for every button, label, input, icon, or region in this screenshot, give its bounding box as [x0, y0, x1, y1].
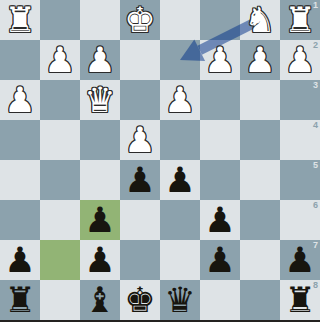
- square-a7[interactable]: ♟7: [280, 240, 320, 280]
- square-b3[interactable]: [240, 80, 280, 120]
- square-g4[interactable]: [40, 120, 80, 160]
- square-f8[interactable]: ♝: [80, 280, 120, 320]
- board-grid: ♜♚♞♜1♟♟♟♟♟2♟♛♟3♟4♟♟5♟♟6♟♟♟♟7♜♝♚♛♜8: [0, 0, 320, 320]
- piece-black-pawn[interactable]: ♟: [204, 200, 235, 240]
- square-e5[interactable]: ♟: [120, 160, 160, 200]
- square-c4[interactable]: [200, 120, 240, 160]
- square-c7[interactable]: ♟: [200, 240, 240, 280]
- piece-black-pawn[interactable]: ♟: [4, 240, 35, 280]
- square-d6[interactable]: [160, 200, 200, 240]
- square-h3[interactable]: ♟: [0, 80, 40, 120]
- square-c2[interactable]: ♟: [200, 40, 240, 80]
- square-d7[interactable]: [160, 240, 200, 280]
- piece-black-rook[interactable]: ♜: [4, 280, 35, 320]
- piece-white-pawn[interactable]: ♟: [284, 40, 315, 80]
- square-e1[interactable]: ♚: [120, 0, 160, 40]
- chess-board: ♜♚♞♜1♟♟♟♟♟2♟♛♟3♟4♟♟5♟♟6♟♟♟♟7♜♝♚♛♜8: [0, 0, 320, 320]
- square-a5[interactable]: 5: [280, 160, 320, 200]
- square-f6[interactable]: ♟: [80, 200, 120, 240]
- square-d1[interactable]: [160, 0, 200, 40]
- square-a1[interactable]: ♜1: [280, 0, 320, 40]
- piece-white-pawn[interactable]: ♟: [44, 40, 75, 80]
- piece-white-pawn[interactable]: ♟: [204, 40, 235, 80]
- square-a4[interactable]: 4: [280, 120, 320, 160]
- square-f7[interactable]: ♟: [80, 240, 120, 280]
- square-e6[interactable]: [120, 200, 160, 240]
- piece-black-pawn[interactable]: ♟: [84, 240, 115, 280]
- piece-white-pawn[interactable]: ♟: [4, 80, 35, 120]
- piece-white-pawn[interactable]: ♟: [244, 40, 275, 80]
- square-e7[interactable]: [120, 240, 160, 280]
- square-d2[interactable]: [160, 40, 200, 80]
- square-g2[interactable]: ♟: [40, 40, 80, 80]
- piece-black-pawn[interactable]: ♟: [124, 160, 155, 200]
- piece-white-pawn[interactable]: ♟: [164, 80, 195, 120]
- square-a2[interactable]: ♟2: [280, 40, 320, 80]
- square-g5[interactable]: [40, 160, 80, 200]
- square-h6[interactable]: [0, 200, 40, 240]
- square-d3[interactable]: ♟: [160, 80, 200, 120]
- square-g1[interactable]: [40, 0, 80, 40]
- square-f2[interactable]: ♟: [80, 40, 120, 80]
- square-h7[interactable]: ♟: [0, 240, 40, 280]
- square-h8[interactable]: ♜: [0, 280, 40, 320]
- square-f5[interactable]: [80, 160, 120, 200]
- rank-label-6: 6: [313, 200, 318, 211]
- square-b1[interactable]: ♞: [240, 0, 280, 40]
- square-d4[interactable]: [160, 120, 200, 160]
- square-g8[interactable]: [40, 280, 80, 320]
- square-b7[interactable]: [240, 240, 280, 280]
- piece-white-king[interactable]: ♚: [124, 0, 155, 40]
- piece-white-rook[interactable]: ♜: [284, 0, 315, 40]
- square-b5[interactable]: [240, 160, 280, 200]
- piece-white-rook[interactable]: ♜: [4, 0, 35, 40]
- square-c5[interactable]: [200, 160, 240, 200]
- square-b6[interactable]: [240, 200, 280, 240]
- piece-black-pawn[interactable]: ♟: [164, 160, 195, 200]
- square-c6[interactable]: ♟: [200, 200, 240, 240]
- square-e2[interactable]: [120, 40, 160, 80]
- square-g3[interactable]: [40, 80, 80, 120]
- square-a3[interactable]: 3: [280, 80, 320, 120]
- piece-black-rook[interactable]: ♜: [284, 280, 315, 320]
- piece-black-pawn[interactable]: ♟: [84, 200, 115, 240]
- square-h4[interactable]: [0, 120, 40, 160]
- square-d8[interactable]: ♛: [160, 280, 200, 320]
- square-b4[interactable]: [240, 120, 280, 160]
- square-h2[interactable]: [0, 40, 40, 80]
- square-h5[interactable]: [0, 160, 40, 200]
- piece-white-queen[interactable]: ♛: [84, 80, 115, 120]
- rank-label-4: 4: [313, 120, 318, 131]
- square-f3[interactable]: ♛: [80, 80, 120, 120]
- piece-white-pawn[interactable]: ♟: [84, 40, 115, 80]
- square-d5[interactable]: ♟: [160, 160, 200, 200]
- square-c3[interactable]: [200, 80, 240, 120]
- square-h1[interactable]: ♜: [0, 0, 40, 40]
- square-e8[interactable]: ♚: [120, 280, 160, 320]
- piece-black-bishop[interactable]: ♝: [84, 280, 115, 320]
- piece-black-queen[interactable]: ♛: [164, 280, 195, 320]
- piece-black-pawn[interactable]: ♟: [204, 240, 235, 280]
- square-g7[interactable]: [40, 240, 80, 280]
- rank-label-3: 3: [313, 80, 318, 91]
- square-g6[interactable]: [40, 200, 80, 240]
- piece-black-pawn[interactable]: ♟: [284, 240, 315, 280]
- piece-white-knight[interactable]: ♞: [244, 0, 275, 40]
- square-a6[interactable]: 6: [280, 200, 320, 240]
- square-b8[interactable]: [240, 280, 280, 320]
- square-b2[interactable]: ♟: [240, 40, 280, 80]
- square-a8[interactable]: ♜8: [280, 280, 320, 320]
- piece-black-king[interactable]: ♚: [124, 280, 155, 320]
- square-f4[interactable]: [80, 120, 120, 160]
- square-f1[interactable]: [80, 0, 120, 40]
- square-e3[interactable]: [120, 80, 160, 120]
- square-c1[interactable]: [200, 0, 240, 40]
- piece-white-pawn[interactable]: ♟: [124, 120, 155, 160]
- square-c8[interactable]: [200, 280, 240, 320]
- rank-label-5: 5: [313, 160, 318, 171]
- square-e4[interactable]: ♟: [120, 120, 160, 160]
